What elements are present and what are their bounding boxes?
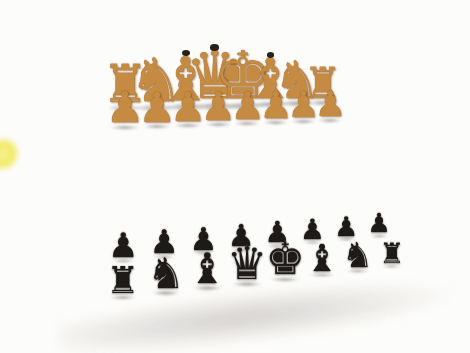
piece-glyph: ♟ xyxy=(106,228,140,262)
piece-black-pawn-a7[interactable]: ♟ xyxy=(106,228,140,262)
piece-black-knight-g8[interactable]: ♞ xyxy=(340,237,375,272)
piece-black-bishop-c8[interactable]: ♝ xyxy=(186,247,228,289)
piece-white-pawn-h2[interactable]: ♟ xyxy=(313,86,348,121)
pieces-layer: ♜♞♝♛♚♝♞♜♟♟♟♟♟♟♟♟♟♟♟♟♟♟♟♟♜♞♝♛♚♝♞♜ xyxy=(0,0,470,353)
piece-glyph: ♞ xyxy=(340,237,375,272)
piece-glyph: ♝ xyxy=(303,239,340,276)
piece-glyph: ♟ xyxy=(366,210,392,236)
piece-black-rook-a8[interactable]: ♜ xyxy=(104,261,141,298)
piece-black-pawn-h7[interactable]: ♟ xyxy=(366,210,392,236)
piece-black-rook-h8[interactable]: ♜ xyxy=(377,239,405,267)
piece-black-knight-b8[interactable]: ♞ xyxy=(145,252,187,294)
piece-glyph: ♞ xyxy=(145,252,187,294)
piece-black-king-e8[interactable]: ♚ xyxy=(263,236,307,280)
piece-glyph: ♟ xyxy=(313,86,348,121)
piece-glyph: ♝ xyxy=(186,247,228,289)
piece-glyph: ♜ xyxy=(104,261,141,298)
piece-glyph: ♚ xyxy=(263,236,307,280)
photo-scene: ♜♞♝♛♚♝♞♜♟♟♟♟♟♟♟♟♟♟♟♟♟♟♟♟♜♞♝♛♚♝♞♜ xyxy=(0,0,470,353)
piece-black-bishop-f8[interactable]: ♝ xyxy=(303,239,340,276)
piece-glyph: ♜ xyxy=(377,239,405,267)
